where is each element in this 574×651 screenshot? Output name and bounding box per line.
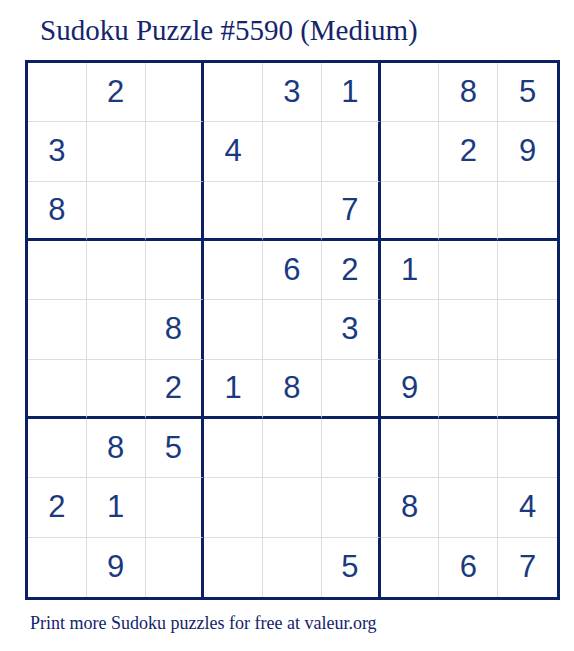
cell-r7c5[interactable] — [263, 419, 322, 478]
cell-r6c5[interactable]: 8 — [263, 360, 322, 419]
cell-r2c2[interactable] — [87, 122, 146, 181]
cell-r4c3[interactable] — [146, 241, 205, 300]
cell-r9c4[interactable] — [204, 538, 263, 597]
footer-text: Print more Sudoku puzzles for free at va… — [30, 613, 377, 634]
cell-r8c8[interactable] — [439, 478, 498, 537]
cell-r7c4[interactable] — [204, 419, 263, 478]
cell-r9c7[interactable] — [381, 538, 440, 597]
cell-r1c4[interactable] — [204, 63, 263, 122]
page-title: Sudoku Puzzle #5590 (Medium) — [40, 14, 418, 47]
cell-r5c7[interactable] — [381, 300, 440, 359]
cell-r1c5[interactable]: 3 — [263, 63, 322, 122]
cell-r7c9[interactable] — [498, 419, 557, 478]
cell-r8c5[interactable] — [263, 478, 322, 537]
cell-r8c9[interactable]: 4 — [498, 478, 557, 537]
cell-r6c3[interactable]: 2 — [146, 360, 205, 419]
cell-r3c1[interactable]: 8 — [28, 182, 87, 241]
cell-r5c4[interactable] — [204, 300, 263, 359]
cell-r2c1[interactable]: 3 — [28, 122, 87, 181]
cell-r4c1[interactable] — [28, 241, 87, 300]
cell-r3c2[interactable] — [87, 182, 146, 241]
cell-r6c9[interactable] — [498, 360, 557, 419]
cell-r1c3[interactable] — [146, 63, 205, 122]
cell-r4c2[interactable] — [87, 241, 146, 300]
cell-r2c5[interactable] — [263, 122, 322, 181]
cell-r6c1[interactable] — [28, 360, 87, 419]
cell-r9c1[interactable] — [28, 538, 87, 597]
cell-r7c3[interactable]: 5 — [146, 419, 205, 478]
cell-r7c8[interactable] — [439, 419, 498, 478]
cell-r5c1[interactable] — [28, 300, 87, 359]
cell-r2c4[interactable]: 4 — [204, 122, 263, 181]
cell-r2c9[interactable]: 9 — [498, 122, 557, 181]
cell-r1c7[interactable] — [381, 63, 440, 122]
cell-r1c6[interactable]: 1 — [322, 63, 381, 122]
cell-r2c6[interactable] — [322, 122, 381, 181]
cell-r7c2[interactable]: 8 — [87, 419, 146, 478]
cell-r7c6[interactable] — [322, 419, 381, 478]
cell-r2c8[interactable]: 2 — [439, 122, 498, 181]
cell-r3c5[interactable] — [263, 182, 322, 241]
sudoku-board: 231853429876218321898521849567 — [25, 60, 560, 600]
cell-r9c2[interactable]: 9 — [87, 538, 146, 597]
cell-r8c3[interactable] — [146, 478, 205, 537]
cell-r7c7[interactable] — [381, 419, 440, 478]
cell-r4c4[interactable] — [204, 241, 263, 300]
cell-r5c8[interactable] — [439, 300, 498, 359]
cell-r4c6[interactable]: 2 — [322, 241, 381, 300]
cell-r6c4[interactable]: 1 — [204, 360, 263, 419]
cell-r7c1[interactable] — [28, 419, 87, 478]
cell-r1c2[interactable]: 2 — [87, 63, 146, 122]
cell-r6c8[interactable] — [439, 360, 498, 419]
cell-r6c7[interactable]: 9 — [381, 360, 440, 419]
cell-r8c1[interactable]: 2 — [28, 478, 87, 537]
cell-r1c9[interactable]: 5 — [498, 63, 557, 122]
cell-r4c7[interactable]: 1 — [381, 241, 440, 300]
cell-r3c3[interactable] — [146, 182, 205, 241]
cell-r4c5[interactable]: 6 — [263, 241, 322, 300]
cell-r2c3[interactable] — [146, 122, 205, 181]
cell-r1c8[interactable]: 8 — [439, 63, 498, 122]
cell-r3c6[interactable]: 7 — [322, 182, 381, 241]
cell-r8c6[interactable] — [322, 478, 381, 537]
cell-r1c1[interactable] — [28, 63, 87, 122]
cell-r3c7[interactable] — [381, 182, 440, 241]
cell-r8c2[interactable]: 1 — [87, 478, 146, 537]
cell-r2c7[interactable] — [381, 122, 440, 181]
cell-r3c9[interactable] — [498, 182, 557, 241]
cell-r5c9[interactable] — [498, 300, 557, 359]
cell-r5c2[interactable] — [87, 300, 146, 359]
cell-r9c8[interactable]: 6 — [439, 538, 498, 597]
cell-r8c7[interactable]: 8 — [381, 478, 440, 537]
cell-r9c3[interactable] — [146, 538, 205, 597]
cell-r5c6[interactable]: 3 — [322, 300, 381, 359]
cell-r9c9[interactable]: 7 — [498, 538, 557, 597]
cell-r8c4[interactable] — [204, 478, 263, 537]
cell-r3c4[interactable] — [204, 182, 263, 241]
cell-r6c2[interactable] — [87, 360, 146, 419]
cell-r5c5[interactable] — [263, 300, 322, 359]
cell-r4c8[interactable] — [439, 241, 498, 300]
cell-r9c5[interactable] — [263, 538, 322, 597]
cell-r9c6[interactable]: 5 — [322, 538, 381, 597]
cell-r5c3[interactable]: 8 — [146, 300, 205, 359]
cell-r3c8[interactable] — [439, 182, 498, 241]
cell-r4c9[interactable] — [498, 241, 557, 300]
cell-r6c6[interactable] — [322, 360, 381, 419]
